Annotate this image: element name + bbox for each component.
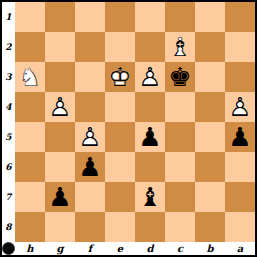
- black-pawn-d5[interactable]: ♟: [135, 122, 165, 152]
- square-e8[interactable]: [105, 212, 135, 242]
- piece-glyph: ♟: [225, 122, 255, 152]
- board: ♝♗♞♘♚♔♟♙♚♟♙♟♙♟♙♟♟♟♟♝: [15, 2, 255, 242]
- square-c4[interactable]: [165, 92, 195, 122]
- square-g8[interactable]: [45, 212, 75, 242]
- file-label-h: h: [15, 242, 45, 255]
- square-a4[interactable]: ♟♙: [225, 92, 255, 122]
- square-h8[interactable]: [15, 212, 45, 242]
- square-d5[interactable]: ♟: [135, 122, 165, 152]
- square-d2[interactable]: [135, 32, 165, 62]
- square-f5[interactable]: ♟♙: [75, 122, 105, 152]
- square-g4[interactable]: ♟♙: [45, 92, 75, 122]
- chess-diagram: 12345678 ♝♗♞♘♚♔♟♙♚♟♙♟♙♟♙♟♟♟♟♝ hgfedcba: [0, 0, 257, 257]
- file-label-a: a: [225, 242, 255, 255]
- file-label-g: g: [45, 242, 75, 255]
- file-label-e: e: [105, 242, 135, 255]
- piece-outline: ♙: [225, 92, 255, 122]
- rank-label-3: 3: [2, 62, 15, 92]
- square-g3[interactable]: [45, 62, 75, 92]
- square-c5[interactable]: [165, 122, 195, 152]
- square-b5[interactable]: [195, 122, 225, 152]
- piece-outline: ♗: [165, 32, 195, 62]
- square-e2[interactable]: [105, 32, 135, 62]
- square-b4[interactable]: [195, 92, 225, 122]
- square-b6[interactable]: [195, 152, 225, 182]
- square-e1[interactable]: [105, 2, 135, 32]
- rank-label-2: 2: [2, 32, 15, 62]
- square-d6[interactable]: [135, 152, 165, 182]
- square-a5[interactable]: ♟: [225, 122, 255, 152]
- square-e5[interactable]: [105, 122, 135, 152]
- file-label-c: c: [165, 242, 195, 255]
- square-h5[interactable]: [15, 122, 45, 152]
- file-label-d: d: [135, 242, 165, 255]
- square-f4[interactable]: [75, 92, 105, 122]
- square-g1[interactable]: [45, 2, 75, 32]
- black-pawn-g7[interactable]: ♟: [45, 182, 75, 212]
- square-b7[interactable]: [195, 182, 225, 212]
- black-to-move-indicator-icon: [2, 242, 15, 255]
- white-bishop-c2[interactable]: ♝♗: [165, 32, 195, 62]
- square-h3[interactable]: ♞♘: [15, 62, 45, 92]
- file-label-b: b: [195, 242, 225, 255]
- piece-outline: ♙: [45, 92, 75, 122]
- square-c6[interactable]: [165, 152, 195, 182]
- black-pawn-f6[interactable]: ♟: [75, 152, 105, 182]
- square-e3[interactable]: ♚♔: [105, 62, 135, 92]
- square-f7[interactable]: [75, 182, 105, 212]
- square-e6[interactable]: [105, 152, 135, 182]
- black-bishop-d7[interactable]: ♝: [135, 182, 165, 212]
- piece-outline: ♔: [105, 62, 135, 92]
- square-b3[interactable]: [195, 62, 225, 92]
- square-c8[interactable]: [165, 212, 195, 242]
- square-b1[interactable]: [195, 2, 225, 32]
- white-pawn-f5[interactable]: ♟♙: [75, 122, 105, 152]
- side-to-move-corner: [2, 242, 15, 255]
- square-c7[interactable]: [165, 182, 195, 212]
- piece-glyph: ♟: [45, 182, 75, 212]
- square-d7[interactable]: ♝: [135, 182, 165, 212]
- square-f6[interactable]: ♟: [75, 152, 105, 182]
- square-g2[interactable]: [45, 32, 75, 62]
- square-g5[interactable]: [45, 122, 75, 152]
- square-f2[interactable]: [75, 32, 105, 62]
- square-g7[interactable]: ♟: [45, 182, 75, 212]
- square-g6[interactable]: [45, 152, 75, 182]
- square-c2[interactable]: ♝♗: [165, 32, 195, 62]
- square-f8[interactable]: [75, 212, 105, 242]
- square-h4[interactable]: [15, 92, 45, 122]
- file-labels: hgfedcba: [15, 242, 255, 255]
- square-h2[interactable]: [15, 32, 45, 62]
- piece-outline: ♙: [75, 122, 105, 152]
- square-e7[interactable]: [105, 182, 135, 212]
- white-king-e3[interactable]: ♚♔: [105, 62, 135, 92]
- square-d3[interactable]: ♟♙: [135, 62, 165, 92]
- square-h6[interactable]: [15, 152, 45, 182]
- white-pawn-a4[interactable]: ♟♙: [225, 92, 255, 122]
- square-e4[interactable]: [105, 92, 135, 122]
- piece-glyph: ♟: [75, 152, 105, 182]
- rank-labels: 12345678: [2, 2, 15, 242]
- white-pawn-d3[interactable]: ♟♙: [135, 62, 165, 92]
- square-c3[interactable]: ♚: [165, 62, 195, 92]
- square-d1[interactable]: [135, 2, 165, 32]
- square-h1[interactable]: [15, 2, 45, 32]
- rank-label-5: 5: [2, 122, 15, 152]
- rank-label-8: 8: [2, 212, 15, 242]
- square-c1[interactable]: [165, 2, 195, 32]
- square-b2[interactable]: [195, 32, 225, 62]
- white-pawn-g4[interactable]: ♟♙: [45, 92, 75, 122]
- piece-glyph: ♟: [135, 122, 165, 152]
- square-d4[interactable]: [135, 92, 165, 122]
- square-a1[interactable]: [225, 2, 255, 32]
- piece-outline: ♘: [15, 62, 45, 92]
- square-f3[interactable]: [75, 62, 105, 92]
- piece-glyph: ♝: [135, 182, 165, 212]
- file-label-f: f: [75, 242, 105, 255]
- square-a8[interactable]: [225, 212, 255, 242]
- black-pawn-a5[interactable]: ♟: [225, 122, 255, 152]
- piece-glyph: ♚: [165, 62, 195, 92]
- square-a6[interactable]: [225, 152, 255, 182]
- rank-label-7: 7: [2, 182, 15, 212]
- square-a7[interactable]: [225, 182, 255, 212]
- square-b8[interactable]: [195, 212, 225, 242]
- square-f1[interactable]: [75, 2, 105, 32]
- rank-label-6: 6: [2, 152, 15, 182]
- square-a2[interactable]: [225, 32, 255, 62]
- rank-label-1: 1: [2, 2, 15, 32]
- black-king-c3[interactable]: ♚: [165, 62, 195, 92]
- square-d8[interactable]: [135, 212, 165, 242]
- square-a3[interactable]: [225, 62, 255, 92]
- rank-label-4: 4: [2, 92, 15, 122]
- square-h7[interactable]: [15, 182, 45, 212]
- white-knight-h3[interactable]: ♞♘: [15, 62, 45, 92]
- piece-outline: ♙: [135, 62, 165, 92]
